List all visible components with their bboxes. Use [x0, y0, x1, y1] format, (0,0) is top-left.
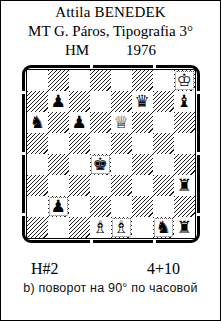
year-label: 1976	[126, 41, 156, 59]
square-g1: ♞	[153, 217, 174, 238]
stipulation-row: H#2 4+10	[1, 260, 220, 278]
square-h2	[174, 196, 195, 217]
border-notch-bottom-1	[90, 240, 93, 244]
source-line: MT G. Páros, Tipografia 3°	[1, 22, 220, 41]
square-f7: ♛	[132, 91, 153, 112]
piece-bR-h1: ♜	[174, 217, 195, 238]
square-b8	[48, 70, 69, 91]
square-c5	[69, 133, 90, 154]
author-name: Attila BENEDEK	[1, 3, 220, 22]
piece-bK-d4: ♚	[91, 155, 110, 174]
border-notch-right-3	[197, 213, 201, 216]
square-h4	[174, 154, 195, 175]
square-b5	[48, 133, 69, 154]
square-g6	[153, 112, 174, 133]
square-c2	[69, 196, 90, 217]
square-g4	[153, 154, 174, 175]
square-e7	[111, 91, 132, 112]
twin-condition: b) поворот на 90° по часовой	[1, 281, 220, 296]
square-f2	[132, 196, 153, 217]
material-count: 4+10	[147, 260, 180, 278]
piece-bP-b7: ♟	[48, 91, 69, 112]
square-b6	[48, 112, 69, 133]
square-g8	[153, 70, 174, 91]
piece-bR-h3: ♜	[174, 175, 195, 196]
square-d2	[90, 196, 111, 217]
square-b7: ♟	[48, 91, 69, 112]
square-c8	[69, 70, 90, 91]
square-c7	[69, 91, 90, 112]
square-c1	[69, 217, 90, 238]
square-c6: ♟	[69, 112, 90, 133]
square-h5	[174, 133, 195, 154]
border-notch-left-2	[21, 152, 25, 155]
square-b2: ♟	[48, 196, 69, 217]
border-notch-left-1	[21, 91, 25, 94]
piece-bQ-f7: ♛	[132, 91, 153, 112]
problem-diagram-page: Attila BENEDEK MT G. Páros, Tipografia 3…	[0, 0, 221, 321]
award-year-line: HM 1976	[1, 41, 220, 59]
square-f3	[132, 175, 153, 196]
square-b3	[48, 175, 69, 196]
square-f5	[132, 133, 153, 154]
square-d5	[90, 133, 111, 154]
border-notch-bottom-2	[153, 240, 156, 244]
square-b1	[48, 217, 69, 238]
piece-bP-c6: ♟	[69, 112, 90, 133]
square-f8	[132, 70, 153, 91]
board-grid: ♔♟♛♝♞♟♕♚♜♟♗♗♞♜	[27, 70, 195, 238]
square-a5	[27, 133, 48, 154]
square-e3	[111, 175, 132, 196]
square-g5	[153, 133, 174, 154]
square-h3: ♜	[174, 175, 195, 196]
square-e4	[111, 154, 132, 175]
piece-wB-e1: ♗	[112, 218, 131, 237]
piece-bP-b2: ♟	[49, 197, 68, 216]
square-d8	[90, 70, 111, 91]
square-d1: ♗	[90, 217, 111, 238]
border-notch-right-1	[197, 91, 201, 94]
piece-bB-h7: ♝	[174, 91, 195, 112]
square-e6: ♕	[111, 112, 132, 133]
square-e8	[111, 70, 132, 91]
square-a7	[27, 91, 48, 112]
piece-wK-h8: ♔	[175, 71, 194, 90]
square-a6: ♞	[27, 112, 48, 133]
square-a8	[27, 70, 48, 91]
border-notch-top-1	[90, 64, 93, 68]
piece-wQ-e6: ♕	[111, 112, 132, 133]
square-b4	[48, 154, 69, 175]
piece-bN-a6: ♞	[27, 112, 48, 133]
square-a3	[27, 175, 48, 196]
border-notch-left-3	[21, 213, 25, 216]
square-e5	[111, 133, 132, 154]
board-border: ♔♟♛♝♞♟♕♚♜♟♗♗♞♜	[22, 65, 200, 243]
square-e1: ♗	[111, 217, 132, 238]
chess-board: ♔♟♛♝♞♟♕♚♜♟♗♗♞♜	[22, 65, 200, 243]
square-h8: ♔	[174, 70, 195, 91]
square-h1: ♜	[174, 217, 195, 238]
award-label: HM	[65, 41, 89, 59]
square-f4	[132, 154, 153, 175]
square-d4: ♚	[90, 154, 111, 175]
piece-wB-d1: ♗	[90, 217, 111, 238]
problem-header: Attila BENEDEK MT G. Páros, Tipografia 3…	[1, 1, 220, 59]
border-notch-right-2	[197, 152, 201, 155]
square-e2	[111, 196, 132, 217]
square-h6	[174, 112, 195, 133]
square-d7	[90, 91, 111, 112]
square-a4	[27, 154, 48, 175]
square-d3	[90, 175, 111, 196]
board-inner-border: ♔♟♛♝♞♟♕♚♜♟♗♗♞♜	[26, 69, 196, 239]
square-h7: ♝	[174, 91, 195, 112]
square-g2	[153, 196, 174, 217]
square-g7	[153, 91, 174, 112]
piece-bN-g1: ♞	[154, 218, 173, 237]
square-f1	[132, 217, 153, 238]
square-a1	[27, 217, 48, 238]
square-c3	[69, 175, 90, 196]
square-c4	[69, 154, 90, 175]
stipulation-label: H#2	[31, 260, 59, 278]
square-a2	[27, 196, 48, 217]
border-notch-top-2	[153, 64, 156, 68]
square-d6	[90, 112, 111, 133]
square-g3	[153, 175, 174, 196]
square-f6	[132, 112, 153, 133]
